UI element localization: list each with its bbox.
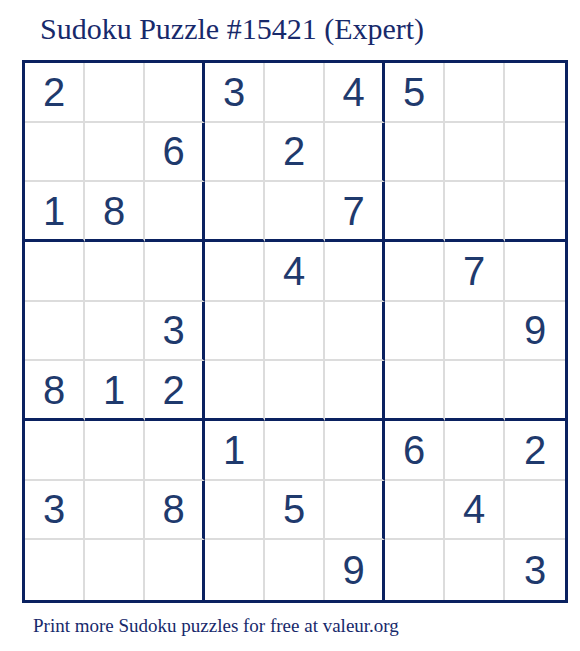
cell-r7c6 (325, 421, 385, 481)
cell-r1c4: 3 (205, 63, 265, 123)
cell-r7c2 (85, 421, 145, 481)
cell-r6c2: 1 (85, 361, 145, 421)
cell-r1c2 (85, 63, 145, 123)
cell-r3c6: 7 (325, 182, 385, 242)
cell-r3c1: 1 (25, 182, 85, 242)
cell-r5c9: 9 (505, 302, 565, 362)
cell-r3c3 (145, 182, 205, 242)
cell-r4c1 (25, 242, 85, 302)
cell-r3c5 (265, 182, 325, 242)
cell-r9c3 (145, 540, 205, 600)
cell-r5c6 (325, 302, 385, 362)
cell-r5c8 (445, 302, 505, 362)
cell-r8c1: 3 (25, 481, 85, 541)
cell-r1c8 (445, 63, 505, 123)
cell-r9c5 (265, 540, 325, 600)
cell-r7c9: 2 (505, 421, 565, 481)
cell-r2c1 (25, 123, 85, 183)
cell-r4c3 (145, 242, 205, 302)
cell-r7c7: 6 (385, 421, 445, 481)
cell-r9c7 (385, 540, 445, 600)
cell-r9c6: 9 (325, 540, 385, 600)
cell-r7c1 (25, 421, 85, 481)
cell-r4c6 (325, 242, 385, 302)
cell-r1c9 (505, 63, 565, 123)
cell-r4c4 (205, 242, 265, 302)
cell-r2c3: 6 (145, 123, 205, 183)
cell-r5c1 (25, 302, 85, 362)
cell-r2c2 (85, 123, 145, 183)
cell-r1c5 (265, 63, 325, 123)
cell-r9c4 (205, 540, 265, 600)
cell-r8c3: 8 (145, 481, 205, 541)
cell-r8c9 (505, 481, 565, 541)
cell-r1c6: 4 (325, 63, 385, 123)
cell-r2c8 (445, 123, 505, 183)
footer-note: Print more Sudoku puzzles for free at va… (33, 615, 399, 637)
cell-r4c7 (385, 242, 445, 302)
cell-r4c8: 7 (445, 242, 505, 302)
cell-r7c5 (265, 421, 325, 481)
cell-r4c2 (85, 242, 145, 302)
page-title: Sudoku Puzzle #15421 (Expert) (40, 12, 424, 46)
cell-r7c8 (445, 421, 505, 481)
cell-r3c8 (445, 182, 505, 242)
cell-r6c1: 8 (25, 361, 85, 421)
cell-r2c6 (325, 123, 385, 183)
cell-r8c8: 4 (445, 481, 505, 541)
cell-r6c9 (505, 361, 565, 421)
cell-r7c3 (145, 421, 205, 481)
cell-r9c9: 3 (505, 540, 565, 600)
sudoku-board: 2345621874739812162385493 (22, 60, 568, 603)
cell-r3c4 (205, 182, 265, 242)
cell-r2c7 (385, 123, 445, 183)
cell-r6c7 (385, 361, 445, 421)
cell-r5c7 (385, 302, 445, 362)
cell-r9c1 (25, 540, 85, 600)
cell-r6c5 (265, 361, 325, 421)
cell-r6c4 (205, 361, 265, 421)
cell-r4c5: 4 (265, 242, 325, 302)
cell-r2c9 (505, 123, 565, 183)
cell-r4c9 (505, 242, 565, 302)
cell-r5c4 (205, 302, 265, 362)
cell-r8c5: 5 (265, 481, 325, 541)
cell-r5c2 (85, 302, 145, 362)
cell-r9c2 (85, 540, 145, 600)
cell-r2c5: 2 (265, 123, 325, 183)
cell-r8c2 (85, 481, 145, 541)
cell-r2c4 (205, 123, 265, 183)
cell-r3c2: 8 (85, 182, 145, 242)
cell-r6c8 (445, 361, 505, 421)
cell-r5c3: 3 (145, 302, 205, 362)
cell-r3c9 (505, 182, 565, 242)
cell-r1c1: 2 (25, 63, 85, 123)
cell-r6c3: 2 (145, 361, 205, 421)
cell-r1c3 (145, 63, 205, 123)
cell-r1c7: 5 (385, 63, 445, 123)
cell-r6c6 (325, 361, 385, 421)
cell-r3c7 (385, 182, 445, 242)
cell-r8c6 (325, 481, 385, 541)
cell-r7c4: 1 (205, 421, 265, 481)
cell-r9c8 (445, 540, 505, 600)
cell-r8c7 (385, 481, 445, 541)
cell-r5c5 (265, 302, 325, 362)
cell-r8c4 (205, 481, 265, 541)
